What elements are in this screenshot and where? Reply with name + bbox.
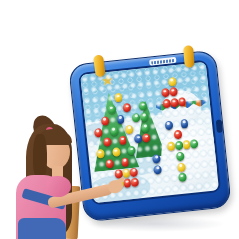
peg-blue[interactable] — [153, 164, 162, 176]
shirt-sleeve — [46, 176, 71, 197]
peg-blue[interactable] — [180, 118, 189, 130]
peg-red[interactable] — [178, 96, 187, 108]
peg-yellow[interactable] — [114, 92, 123, 104]
peg-red[interactable] — [123, 102, 132, 114]
product-photo: ★ — [0, 0, 239, 239]
hair-side — [33, 134, 47, 180]
overall-bib — [18, 218, 66, 239]
peg-blue[interactable] — [164, 119, 173, 131]
child — [4, 120, 136, 239]
peg-green[interactable] — [107, 104, 116, 116]
peg-green[interactable] — [190, 138, 199, 150]
card-clip-left[interactable] — [93, 54, 106, 77]
side-latch — [216, 119, 223, 133]
card-clip-right[interactable] — [183, 45, 195, 68]
peg-green[interactable] — [178, 172, 187, 184]
peg-red[interactable] — [142, 133, 151, 145]
